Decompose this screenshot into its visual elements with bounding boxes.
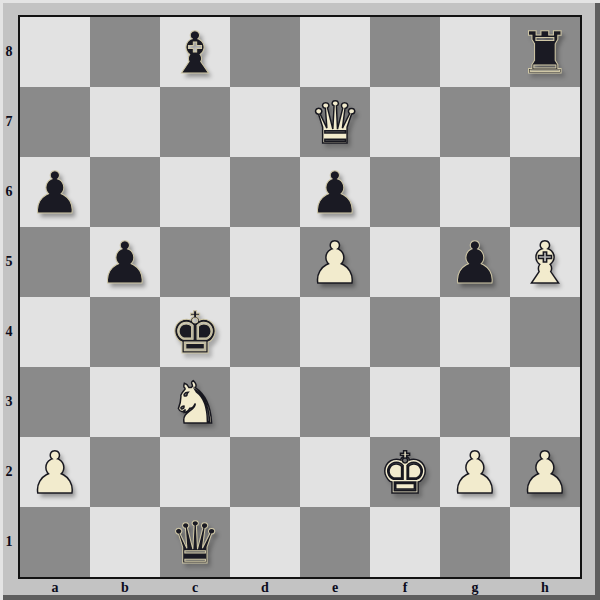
piece-white-pawn-g2[interactable]: ♟ [440, 437, 510, 507]
square-f8[interactable] [370, 17, 440, 87]
square-f5[interactable] [370, 227, 440, 297]
square-b7[interactable] [90, 87, 160, 157]
piece-white-knight-c3[interactable]: ♞ [160, 367, 230, 437]
square-f7[interactable] [370, 87, 440, 157]
square-g7[interactable] [440, 87, 510, 157]
chess-diagram: ♝♜♛♟♟♟♟♟♝♚♞♟♚♟♟♛ 87654321 abcdefgh [0, 0, 600, 600]
square-h4[interactable] [510, 297, 580, 367]
file-label-f: f [370, 579, 440, 600]
square-h3[interactable] [510, 367, 580, 437]
square-g5[interactable]: ♟ [440, 227, 510, 297]
square-e8[interactable] [300, 17, 370, 87]
square-h2[interactable]: ♟ [510, 437, 580, 507]
square-b4[interactable] [90, 297, 160, 367]
square-g4[interactable] [440, 297, 510, 367]
file-label-e: e [300, 579, 370, 600]
square-e4[interactable] [300, 297, 370, 367]
piece-white-pawn-e5[interactable]: ♟ [300, 227, 370, 297]
piece-black-bishop-c8[interactable]: ♝ [160, 17, 230, 87]
file-label-g: g [440, 579, 510, 600]
piece-black-rook-h8[interactable]: ♜ [510, 17, 580, 87]
square-g3[interactable] [440, 367, 510, 437]
square-a2[interactable]: ♟ [20, 437, 90, 507]
square-e3[interactable] [300, 367, 370, 437]
square-c1[interactable]: ♛ [160, 507, 230, 577]
square-g8[interactable] [440, 17, 510, 87]
rank-label-2: 2 [0, 437, 18, 507]
square-c7[interactable] [160, 87, 230, 157]
piece-white-pawn-a2[interactable]: ♟ [20, 437, 90, 507]
piece-black-pawn-e6[interactable]: ♟ [300, 157, 370, 227]
file-label-b: b [90, 579, 160, 600]
piece-white-bishop-h5[interactable]: ♝ [510, 227, 580, 297]
square-f3[interactable] [370, 367, 440, 437]
square-f2[interactable]: ♚ [370, 437, 440, 507]
square-d8[interactable] [230, 17, 300, 87]
square-e2[interactable] [300, 437, 370, 507]
square-a6[interactable]: ♟ [20, 157, 90, 227]
piece-black-pawn-a6[interactable]: ♟ [20, 157, 90, 227]
rank-label-8: 8 [0, 17, 18, 87]
file-label-c: c [160, 579, 230, 600]
rank-label-5: 5 [0, 227, 18, 297]
piece-white-king-f2[interactable]: ♚ [370, 437, 440, 507]
file-label-a: a [20, 579, 90, 600]
square-g6[interactable] [440, 157, 510, 227]
square-d3[interactable] [230, 367, 300, 437]
square-e5[interactable]: ♟ [300, 227, 370, 297]
square-a8[interactable] [20, 17, 90, 87]
rank-label-6: 6 [0, 157, 18, 227]
square-e7[interactable]: ♛ [300, 87, 370, 157]
square-f4[interactable] [370, 297, 440, 367]
file-labels: abcdefgh [20, 579, 580, 600]
square-d5[interactable] [230, 227, 300, 297]
square-b2[interactable] [90, 437, 160, 507]
square-a7[interactable] [20, 87, 90, 157]
rank-label-7: 7 [0, 87, 18, 157]
square-e1[interactable] [300, 507, 370, 577]
square-h5[interactable]: ♝ [510, 227, 580, 297]
square-a1[interactable] [20, 507, 90, 577]
piece-black-pawn-g5[interactable]: ♟ [440, 227, 510, 297]
square-h7[interactable] [510, 87, 580, 157]
square-b1[interactable] [90, 507, 160, 577]
square-f6[interactable] [370, 157, 440, 227]
piece-black-pawn-b5[interactable]: ♟ [90, 227, 160, 297]
rank-label-1: 1 [0, 507, 18, 577]
square-b5[interactable]: ♟ [90, 227, 160, 297]
square-c8[interactable]: ♝ [160, 17, 230, 87]
square-b8[interactable] [90, 17, 160, 87]
square-b3[interactable] [90, 367, 160, 437]
square-h8[interactable]: ♜ [510, 17, 580, 87]
piece-white-pawn-h2[interactable]: ♟ [510, 437, 580, 507]
square-c3[interactable]: ♞ [160, 367, 230, 437]
file-label-d: d [230, 579, 300, 600]
square-d7[interactable] [230, 87, 300, 157]
square-a5[interactable] [20, 227, 90, 297]
piece-black-queen-c1[interactable]: ♛ [160, 507, 230, 577]
rank-label-4: 4 [0, 297, 18, 367]
square-g1[interactable] [440, 507, 510, 577]
square-b6[interactable] [90, 157, 160, 227]
square-a3[interactable] [20, 367, 90, 437]
square-d6[interactable] [230, 157, 300, 227]
square-c6[interactable] [160, 157, 230, 227]
square-d4[interactable] [230, 297, 300, 367]
piece-black-king-c4[interactable]: ♚ [160, 297, 230, 367]
square-c2[interactable] [160, 437, 230, 507]
square-c5[interactable] [160, 227, 230, 297]
square-h1[interactable] [510, 507, 580, 577]
square-d1[interactable] [230, 507, 300, 577]
square-c4[interactable]: ♚ [160, 297, 230, 367]
square-d2[interactable] [230, 437, 300, 507]
piece-white-queen-e7[interactable]: ♛ [300, 87, 370, 157]
square-g2[interactable]: ♟ [440, 437, 510, 507]
square-a4[interactable] [20, 297, 90, 367]
square-h6[interactable] [510, 157, 580, 227]
square-e6[interactable]: ♟ [300, 157, 370, 227]
rank-labels: 87654321 [0, 17, 18, 577]
chess-board: ♝♜♛♟♟♟♟♟♝♚♞♟♚♟♟♛ [18, 15, 582, 579]
rank-label-3: 3 [0, 367, 18, 437]
square-f1[interactable] [370, 507, 440, 577]
file-label-h: h [510, 579, 580, 600]
